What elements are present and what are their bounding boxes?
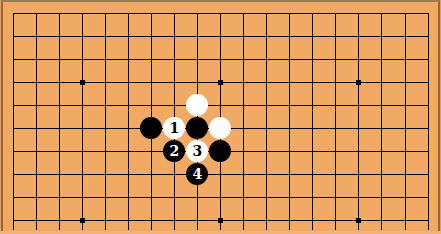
black-stone xyxy=(140,117,162,139)
board-frame-top xyxy=(0,0,441,2)
star-point xyxy=(356,218,361,223)
star-point xyxy=(356,80,361,85)
star-point xyxy=(218,80,223,85)
white-stone: 1 xyxy=(163,117,185,139)
move-number-label: 1 xyxy=(169,121,179,135)
go-board-grid: 1234 xyxy=(1,1,439,231)
black-stone xyxy=(186,117,208,139)
star-point xyxy=(80,218,85,223)
board-frame-bottom xyxy=(0,231,441,234)
move-number-label: 2 xyxy=(169,144,179,158)
black-stone: 2 xyxy=(163,140,185,162)
black-stone: 4 xyxy=(186,163,208,185)
board-frame-left-dark xyxy=(1,2,3,231)
go-board-diagram: 1234 xyxy=(0,0,441,234)
star-point xyxy=(218,218,223,223)
white-stone xyxy=(209,117,231,139)
white-stone: 3 xyxy=(186,140,208,162)
white-stone xyxy=(186,94,208,116)
black-stone xyxy=(209,140,231,162)
star-point xyxy=(80,80,85,85)
move-number-label: 4 xyxy=(192,167,202,181)
move-number-label: 3 xyxy=(192,144,202,158)
